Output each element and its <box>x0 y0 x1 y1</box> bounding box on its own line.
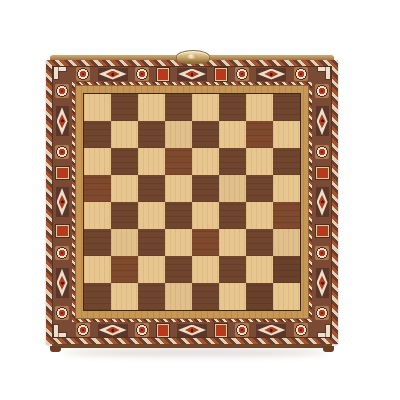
square-d5 <box>165 175 192 202</box>
square-f5 <box>219 175 246 202</box>
diamond-motif <box>177 324 207 337</box>
inner-mosaic-strip <box>72 82 312 322</box>
square-b2 <box>111 256 138 283</box>
red-motif <box>157 324 169 337</box>
square-a6 <box>84 148 111 175</box>
square-h7 <box>273 121 300 148</box>
red-motif <box>215 68 227 81</box>
rosette-motif <box>235 67 249 81</box>
brass-clasp <box>176 50 210 64</box>
square-c1 <box>138 283 165 310</box>
rosette-motif <box>135 67 149 81</box>
square-g1 <box>246 283 273 310</box>
square-c8 <box>138 94 165 121</box>
square-b1 <box>111 283 138 310</box>
square-d7 <box>165 121 192 148</box>
corner-motif <box>316 67 330 81</box>
square-d2 <box>165 256 192 283</box>
rosette-motif <box>315 306 329 320</box>
rosette-motif <box>315 145 329 159</box>
red-motif <box>215 324 227 337</box>
diamond-motif <box>316 268 329 298</box>
square-e8 <box>192 94 219 121</box>
square-f7 <box>219 121 246 148</box>
square-e3 <box>192 229 219 256</box>
square-e1 <box>192 283 219 310</box>
rope-border <box>46 60 338 344</box>
product-photo <box>0 0 400 400</box>
square-b4 <box>111 202 138 229</box>
diamond-motif <box>98 68 128 81</box>
square-g6 <box>246 148 273 175</box>
square-h2 <box>273 256 300 283</box>
diamond-motif <box>56 268 69 298</box>
square-f8 <box>219 94 246 121</box>
square-d4 <box>165 202 192 229</box>
square-h1 <box>273 283 300 310</box>
square-d3 <box>165 229 192 256</box>
red-motif <box>157 68 169 81</box>
red-motif <box>316 167 329 179</box>
square-a3 <box>84 229 111 256</box>
red-motif <box>56 167 69 179</box>
square-e5 <box>192 175 219 202</box>
corner-motif <box>316 323 330 337</box>
rosette-motif <box>55 306 69 320</box>
band-left <box>52 82 72 322</box>
square-g4 <box>246 202 273 229</box>
rosette-motif <box>55 246 69 260</box>
rosette-motif <box>294 67 308 81</box>
square-f4 <box>219 202 246 229</box>
rosette-motif <box>315 84 329 98</box>
square-f6 <box>219 148 246 175</box>
corner-motif <box>54 67 68 81</box>
square-e7 <box>192 121 219 148</box>
diamond-motif <box>316 106 329 136</box>
square-g3 <box>246 229 273 256</box>
square-a2 <box>84 256 111 283</box>
square-d6 <box>165 148 192 175</box>
rosette-motif <box>76 323 90 337</box>
square-e4 <box>192 202 219 229</box>
square-h8 <box>273 94 300 121</box>
square-e6 <box>192 148 219 175</box>
square-e2 <box>192 256 219 283</box>
diamond-motif <box>316 187 329 217</box>
square-f1 <box>219 283 246 310</box>
diamond-motif <box>56 187 69 217</box>
square-h5 <box>273 175 300 202</box>
square-b3 <box>111 229 138 256</box>
square-d8 <box>165 94 192 121</box>
square-a8 <box>84 94 111 121</box>
square-a7 <box>84 121 111 148</box>
band-right <box>312 82 332 322</box>
square-g7 <box>246 121 273 148</box>
rosette-motif <box>235 323 249 337</box>
square-c6 <box>138 148 165 175</box>
diamond-motif <box>56 106 69 136</box>
square-g2 <box>246 256 273 283</box>
square-c2 <box>138 256 165 283</box>
playing-area <box>83 93 301 311</box>
corner-motif <box>54 323 68 337</box>
square-b7 <box>111 121 138 148</box>
diamond-motif <box>98 324 128 337</box>
chess-board <box>46 60 338 344</box>
square-a1 <box>84 283 111 310</box>
square-g5 <box>246 175 273 202</box>
square-f3 <box>219 229 246 256</box>
square-g8 <box>246 94 273 121</box>
board-shadow <box>62 349 328 356</box>
wood-frame <box>75 85 309 319</box>
board-foot-left <box>50 346 61 352</box>
rosette-motif <box>55 84 69 98</box>
square-a4 <box>84 202 111 229</box>
diamond-motif <box>256 68 286 81</box>
square-h4 <box>273 202 300 229</box>
rosette-motif <box>76 67 90 81</box>
square-h3 <box>273 229 300 256</box>
rosette-motif <box>135 323 149 337</box>
band-bottom <box>52 322 332 338</box>
diamond-motif <box>256 324 286 337</box>
rosette-motif <box>315 246 329 260</box>
diamond-motif <box>177 68 207 81</box>
square-c3 <box>138 229 165 256</box>
rosette-motif <box>55 145 69 159</box>
red-motif <box>56 225 69 237</box>
square-b6 <box>111 148 138 175</box>
square-c4 <box>138 202 165 229</box>
square-h6 <box>273 148 300 175</box>
square-d1 <box>165 283 192 310</box>
square-a5 <box>84 175 111 202</box>
red-motif <box>316 225 329 237</box>
rosette-motif <box>294 323 308 337</box>
square-c7 <box>138 121 165 148</box>
square-b8 <box>111 94 138 121</box>
band-top <box>52 66 332 82</box>
square-f2 <box>219 256 246 283</box>
square-b5 <box>111 175 138 202</box>
square-c5 <box>138 175 165 202</box>
mosaic-border <box>52 66 332 338</box>
